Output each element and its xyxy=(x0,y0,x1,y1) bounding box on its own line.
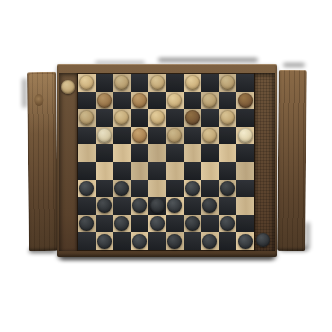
square-r4c7[interactable] xyxy=(184,127,202,145)
square-r3c7[interactable] xyxy=(184,109,202,127)
cutout-shadow xyxy=(158,58,258,62)
light-piece[interactable] xyxy=(114,75,129,90)
square-r10c5[interactable] xyxy=(148,232,166,250)
dark-piece[interactable] xyxy=(220,216,235,231)
square-r2c2[interactable] xyxy=(96,92,114,110)
dark-piece[interactable] xyxy=(97,234,112,249)
square-r5c4[interactable] xyxy=(131,144,149,162)
square-r8c10[interactable] xyxy=(236,197,254,215)
square-r8c5[interactable] xyxy=(148,197,166,215)
dark-piece[interactable] xyxy=(167,234,182,249)
light-piece[interactable] xyxy=(132,93,147,108)
square-r2c9[interactable] xyxy=(219,92,237,110)
square-r2c4[interactable] xyxy=(131,92,149,110)
game-box xyxy=(57,64,277,257)
square-r3c5[interactable] xyxy=(148,109,166,127)
dark-piece[interactable] xyxy=(185,181,200,196)
dark-piece[interactable] xyxy=(79,216,94,231)
square-r6c1[interactable] xyxy=(78,162,96,180)
dark-piece[interactable] xyxy=(167,198,182,213)
square-r4c9[interactable] xyxy=(219,127,237,145)
square-r6c4[interactable] xyxy=(131,162,149,180)
square-r3c4[interactable] xyxy=(131,109,149,127)
square-r1c7[interactable] xyxy=(184,74,202,92)
square-r1c8[interactable] xyxy=(201,74,219,92)
square-r3c2[interactable] xyxy=(96,109,114,127)
square-r4c1[interactable] xyxy=(78,127,96,145)
square-r7c3[interactable] xyxy=(113,180,131,198)
square-r6c2[interactable] xyxy=(96,162,114,180)
square-r9c4[interactable] xyxy=(131,215,149,233)
square-r8c1[interactable] xyxy=(78,197,96,215)
product-photo xyxy=(0,0,332,332)
board xyxy=(78,74,254,250)
dark-piece[interactable] xyxy=(150,198,165,213)
square-r9c3[interactable] xyxy=(113,215,131,233)
square-r9c8[interactable] xyxy=(201,215,219,233)
square-r7c6[interactable] xyxy=(166,180,184,198)
square-r5c8[interactable] xyxy=(201,144,219,162)
light-piece[interactable] xyxy=(114,110,129,125)
square-r7c7[interactable] xyxy=(184,180,202,198)
square-r5c2[interactable] xyxy=(96,144,114,162)
square-r8c6[interactable] xyxy=(166,197,184,215)
light-piece[interactable] xyxy=(167,93,182,108)
light-piece[interactable] xyxy=(132,128,147,143)
square-r7c9[interactable] xyxy=(219,180,237,198)
square-r1c2[interactable] xyxy=(96,74,114,92)
light-piece[interactable] xyxy=(167,128,182,143)
tray-piece-dark[interactable] xyxy=(256,233,270,247)
square-r3c3[interactable] xyxy=(113,109,131,127)
square-r3c10[interactable] xyxy=(236,109,254,127)
square-r8c9[interactable] xyxy=(219,197,237,215)
square-r6c7[interactable] xyxy=(184,162,202,180)
dark-piece[interactable] xyxy=(79,181,94,196)
square-r8c3[interactable] xyxy=(113,197,131,215)
square-r10c10[interactable] xyxy=(236,232,254,250)
square-r2c5[interactable] xyxy=(148,92,166,110)
square-r8c8[interactable] xyxy=(201,197,219,215)
square-r10c2[interactable] xyxy=(96,232,114,250)
square-r10c7[interactable] xyxy=(184,232,202,250)
square-r5c3[interactable] xyxy=(113,144,131,162)
square-r3c8[interactable] xyxy=(201,109,219,127)
square-r5c10[interactable] xyxy=(236,144,254,162)
square-r4c8[interactable] xyxy=(201,127,219,145)
square-r10c3[interactable] xyxy=(113,232,131,250)
right-tray-margin xyxy=(254,73,275,251)
dark-piece[interactable] xyxy=(185,216,200,231)
dark-piece[interactable] xyxy=(150,216,165,231)
square-r10c9[interactable] xyxy=(219,232,237,250)
square-r1c5[interactable] xyxy=(148,74,166,92)
square-r5c1[interactable] xyxy=(78,144,96,162)
square-r7c8[interactable] xyxy=(201,180,219,198)
square-r4c6[interactable] xyxy=(166,127,184,145)
square-r6c5[interactable] xyxy=(148,162,166,180)
light-piece[interactable] xyxy=(185,110,200,125)
square-r6c3[interactable] xyxy=(113,162,131,180)
square-r6c9[interactable] xyxy=(219,162,237,180)
square-r5c5[interactable] xyxy=(148,144,166,162)
square-r7c2[interactable] xyxy=(96,180,114,198)
square-r1c1[interactable] xyxy=(78,74,96,92)
light-piece[interactable] xyxy=(97,128,112,143)
light-piece[interactable] xyxy=(220,75,235,90)
square-r2c10[interactable] xyxy=(236,92,254,110)
square-r1c10[interactable] xyxy=(236,74,254,92)
dark-piece[interactable] xyxy=(238,234,253,249)
square-r9c1[interactable] xyxy=(78,215,96,233)
square-r5c9[interactable] xyxy=(219,144,237,162)
square-r9c10[interactable] xyxy=(236,215,254,233)
light-piece[interactable] xyxy=(238,93,253,108)
dark-piece[interactable] xyxy=(114,216,129,231)
square-r9c7[interactable] xyxy=(184,215,202,233)
light-piece[interactable] xyxy=(79,75,94,90)
square-r7c5[interactable] xyxy=(148,180,166,198)
light-piece[interactable] xyxy=(97,93,112,108)
light-piece[interactable] xyxy=(150,75,165,90)
square-r4c10[interactable] xyxy=(236,127,254,145)
square-r9c5[interactable] xyxy=(148,215,166,233)
left-slide-panel xyxy=(27,72,58,251)
square-r10c6[interactable] xyxy=(166,232,184,250)
right-slide-panel xyxy=(277,70,307,251)
square-r6c10[interactable] xyxy=(236,162,254,180)
square-r4c5[interactable] xyxy=(148,127,166,145)
tray-piece-light[interactable] xyxy=(61,80,75,94)
left-tray-margin xyxy=(59,73,78,251)
square-r9c6[interactable] xyxy=(166,215,184,233)
dark-piece[interactable] xyxy=(220,181,235,196)
square-r10c8[interactable] xyxy=(201,232,219,250)
light-piece[interactable] xyxy=(238,128,253,143)
dark-piece[interactable] xyxy=(202,234,217,249)
dark-piece[interactable] xyxy=(202,198,217,213)
light-piece[interactable] xyxy=(202,128,217,143)
square-r1c6[interactable] xyxy=(166,74,184,92)
square-r7c1[interactable] xyxy=(78,180,96,198)
square-r7c10[interactable] xyxy=(236,180,254,198)
cutout-shadow xyxy=(283,63,305,67)
light-piece[interactable] xyxy=(202,93,217,108)
light-piece[interactable] xyxy=(220,110,235,125)
light-piece[interactable] xyxy=(150,110,165,125)
square-r1c9[interactable] xyxy=(219,74,237,92)
square-r5c7[interactable] xyxy=(184,144,202,162)
square-r7c4[interactable] xyxy=(131,180,149,198)
wood-knot xyxy=(34,94,43,106)
dark-piece[interactable] xyxy=(97,198,112,213)
dark-piece[interactable] xyxy=(132,234,147,249)
square-r3c9[interactable] xyxy=(219,109,237,127)
light-piece[interactable] xyxy=(185,75,200,90)
square-r6c8[interactable] xyxy=(201,162,219,180)
square-r9c2[interactable] xyxy=(96,215,114,233)
square-r2c7[interactable] xyxy=(184,92,202,110)
square-r2c1[interactable] xyxy=(78,92,96,110)
light-piece[interactable] xyxy=(79,110,94,125)
square-r3c6[interactable] xyxy=(166,109,184,127)
square-r2c6[interactable] xyxy=(166,92,184,110)
square-r8c4[interactable] xyxy=(131,197,149,215)
dark-piece[interactable] xyxy=(132,198,147,213)
square-r4c4[interactable] xyxy=(131,127,149,145)
square-r5c6[interactable] xyxy=(166,144,184,162)
square-r4c3[interactable] xyxy=(113,127,131,145)
square-r2c3[interactable] xyxy=(113,92,131,110)
square-r2c8[interactable] xyxy=(201,92,219,110)
square-r10c1[interactable] xyxy=(78,232,96,250)
square-r9c9[interactable] xyxy=(219,215,237,233)
square-r4c2[interactable] xyxy=(96,127,114,145)
dark-piece[interactable] xyxy=(114,181,129,196)
square-r8c7[interactable] xyxy=(184,197,202,215)
square-r6c6[interactable] xyxy=(166,162,184,180)
square-r8c2[interactable] xyxy=(96,197,114,215)
square-r1c3[interactable] xyxy=(113,74,131,92)
square-r3c1[interactable] xyxy=(78,109,96,127)
square-r1c4[interactable] xyxy=(131,74,149,92)
square-r10c4[interactable] xyxy=(131,232,149,250)
